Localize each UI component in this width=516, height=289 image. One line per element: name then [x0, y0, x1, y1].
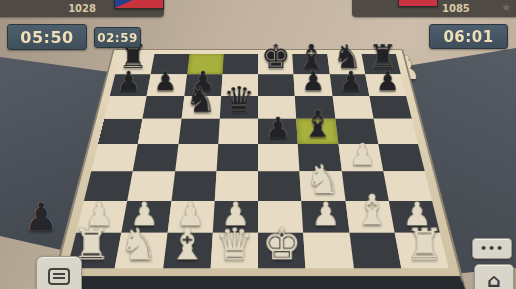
square-e3[interactable] — [258, 171, 301, 201]
white-knight-f3[interactable]: ♞ — [301, 159, 344, 199]
square-c4[interactable] — [175, 144, 218, 171]
captured-black-pawn: ♟ — [24, 198, 58, 236]
square-g6[interactable] — [332, 96, 373, 119]
black-clock: 06:01 — [429, 24, 508, 49]
more-options-button[interactable]: ••• — [472, 238, 512, 259]
square-e7[interactable] — [258, 74, 295, 96]
square-f5[interactable]: ♝ — [296, 119, 338, 144]
square-c1[interactable]: ♝ — [163, 233, 213, 268]
black-pawn-g7[interactable]: ♟ — [332, 68, 369, 95]
square-b7[interactable]: ♟ — [147, 74, 187, 96]
white-player-rating: 1028 — [68, 3, 96, 14]
square-c5[interactable] — [178, 119, 220, 144]
white-rook-h1[interactable]: ♜ — [401, 223, 449, 267]
black-king-e8[interactable]: ♚ — [258, 40, 294, 73]
white-bishop-c1[interactable]: ♝ — [163, 223, 211, 267]
black-bishop-f5[interactable]: ♝ — [298, 106, 338, 143]
board-frame: ♜♚♝♞♜♟♟♟♟♟♟♞♛♟♝♟♞♟♟♟♟♟♝♟♜♞♝♛♚♜ — [50, 49, 466, 289]
square-h4[interactable] — [378, 144, 425, 171]
square-a4[interactable] — [91, 144, 138, 171]
square-h7[interactable]: ♟ — [365, 74, 406, 96]
menu-icon — [48, 268, 70, 285]
chess-board[interactable]: ♜♚♝♞♜♟♟♟♟♟♟♞♛♟♝♟♞♟♟♟♟♟♝♟♜♞♝♛♚♜ — [50, 49, 466, 289]
menu-button[interactable] — [36, 256, 82, 289]
square-a6[interactable] — [104, 96, 147, 119]
square-f7[interactable]: ♟ — [294, 74, 332, 96]
square-d5[interactable] — [218, 119, 258, 144]
white-bishop-g2[interactable]: ♝ — [349, 190, 394, 232]
black-player-rating: 1085 — [442, 3, 470, 14]
square-d4[interactable] — [216, 144, 258, 171]
black-pawn-h7[interactable]: ♟ — [369, 68, 406, 95]
square-e4[interactable] — [258, 144, 300, 171]
square-f2[interactable]: ♟ — [301, 201, 348, 233]
home-button[interactable]: ⌂ — [474, 264, 514, 289]
black-knight-c6[interactable]: ♞ — [181, 82, 219, 117]
square-b4[interactable] — [133, 144, 178, 171]
star-icon: ★ — [501, 1, 511, 14]
square-a7[interactable]: ♟ — [110, 74, 151, 96]
square-e5[interactable]: ♟ — [258, 119, 298, 144]
black-pawn-e5[interactable]: ♟ — [258, 114, 298, 143]
square-h1[interactable]: ♜ — [394, 233, 448, 268]
player-panel-black: 1085 ★ — [352, 0, 516, 17]
white-king-e1[interactable]: ♚ — [258, 223, 306, 267]
black-queen-d6[interactable]: ♛ — [220, 82, 258, 117]
player-panel-white: 1028 — [0, 0, 164, 17]
black-pawn-b7[interactable]: ♟ — [147, 68, 184, 95]
black-pawn-a7[interactable]: ♟ — [110, 68, 147, 95]
square-d6[interactable]: ♛ — [220, 96, 258, 119]
square-b6[interactable] — [143, 96, 184, 119]
square-h6[interactable] — [369, 96, 412, 119]
czech-flag-icon — [114, 0, 164, 9]
white-secondary-clock: 02:59 — [94, 27, 141, 48]
white-pawn-f2[interactable]: ♟ — [303, 199, 348, 232]
square-f1[interactable] — [303, 233, 353, 268]
board-grid: ♜♚♝♞♜♟♟♟♟♟♟♞♛♟♝♟♞♟♟♟♟♟♝♟♜♞♝♛♚♜ — [67, 54, 448, 268]
white-clock: 05:50 — [7, 24, 87, 50]
square-g7[interactable]: ♟ — [329, 74, 369, 96]
square-g2[interactable]: ♝ — [345, 201, 394, 233]
white-queen-d1[interactable]: ♛ — [210, 223, 258, 267]
russia-flag-icon — [398, 0, 438, 7]
square-d8[interactable] — [222, 54, 258, 74]
white-knight-b1[interactable]: ♞ — [115, 223, 163, 267]
square-e1[interactable]: ♚ — [258, 233, 306, 268]
square-e8[interactable]: ♚ — [258, 54, 294, 74]
square-c6[interactable]: ♞ — [181, 96, 221, 119]
square-d1[interactable]: ♛ — [210, 233, 258, 268]
square-g4[interactable]: ♟ — [338, 144, 383, 171]
square-g1[interactable] — [349, 233, 401, 268]
black-pawn-f7[interactable]: ♟ — [295, 68, 332, 95]
square-a5[interactable] — [98, 119, 143, 144]
white-pawn-g4[interactable]: ♟ — [341, 140, 383, 170]
square-b1[interactable]: ♞ — [115, 233, 167, 268]
square-b5[interactable] — [138, 119, 181, 144]
